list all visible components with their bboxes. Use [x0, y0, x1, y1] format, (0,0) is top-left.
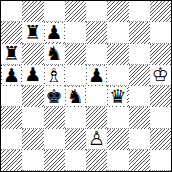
square-b4[interactable]: [22, 86, 43, 107]
square-a5[interactable]: ♟: [1, 65, 22, 86]
square-h3[interactable]: [150, 107, 171, 128]
square-a1[interactable]: [1, 150, 22, 171]
square-b6[interactable]: [22, 44, 43, 65]
square-d4[interactable]: ♞: [65, 86, 86, 107]
square-b1[interactable]: [22, 150, 43, 171]
square-b2[interactable]: [22, 129, 43, 150]
square-f2[interactable]: [107, 129, 128, 150]
square-e1[interactable]: [86, 150, 107, 171]
square-e7[interactable]: [86, 22, 107, 43]
piece-black-rook[interactable]: ♜: [23, 23, 42, 42]
square-a7[interactable]: [1, 22, 22, 43]
square-b8[interactable]: [22, 1, 43, 22]
square-g8[interactable]: [129, 1, 150, 22]
square-c6[interactable]: ♞: [44, 44, 65, 65]
square-a4[interactable]: [1, 86, 22, 107]
square-d6[interactable]: [65, 44, 86, 65]
square-d1[interactable]: [65, 150, 86, 171]
square-h8[interactable]: [150, 1, 171, 22]
square-c7[interactable]: ♟: [44, 22, 65, 43]
square-b3[interactable]: [22, 107, 43, 128]
piece-black-pawn[interactable]: ♟: [45, 23, 64, 42]
square-d8[interactable]: [65, 1, 86, 22]
piece-black-pawn[interactable]: ♟: [87, 66, 106, 85]
square-g2[interactable]: [129, 129, 150, 150]
square-b7[interactable]: ♜: [22, 22, 43, 43]
piece-white-bishop[interactable]: ♗: [45, 66, 64, 85]
square-c4[interactable]: ♚: [44, 86, 65, 107]
square-g1[interactable]: [129, 150, 150, 171]
square-f7[interactable]: [107, 22, 128, 43]
piece-black-pawn[interactable]: ♟: [2, 66, 21, 85]
square-d7[interactable]: [65, 22, 86, 43]
chess-board: ♜♟♜♞♟♟♗♟♔♚♞♛♙: [0, 0, 172, 172]
square-f8[interactable]: [107, 1, 128, 22]
square-c3[interactable]: [44, 107, 65, 128]
square-h6[interactable]: [150, 44, 171, 65]
piece-black-knight[interactable]: ♞: [66, 87, 85, 106]
square-a2[interactable]: [1, 129, 22, 150]
square-c1[interactable]: [44, 150, 65, 171]
square-h4[interactable]: [150, 86, 171, 107]
square-a8[interactable]: [1, 1, 22, 22]
square-a6[interactable]: ♜: [1, 44, 22, 65]
square-a3[interactable]: [1, 107, 22, 128]
square-e2[interactable]: ♙: [86, 129, 107, 150]
square-g7[interactable]: [129, 22, 150, 43]
square-f1[interactable]: [107, 150, 128, 171]
square-c5[interactable]: ♗: [44, 65, 65, 86]
square-g3[interactable]: [129, 107, 150, 128]
square-c2[interactable]: [44, 129, 65, 150]
square-e8[interactable]: [86, 1, 107, 22]
square-h1[interactable]: [150, 150, 171, 171]
square-h7[interactable]: [150, 22, 171, 43]
square-d3[interactable]: [65, 107, 86, 128]
piece-black-king[interactable]: ♚: [45, 87, 64, 106]
square-e6[interactable]: [86, 44, 107, 65]
square-e4[interactable]: [86, 86, 107, 107]
square-c8[interactable]: [44, 1, 65, 22]
square-f6[interactable]: [107, 44, 128, 65]
square-f4[interactable]: ♛: [107, 86, 128, 107]
square-g4[interactable]: [129, 86, 150, 107]
square-d2[interactable]: [65, 129, 86, 150]
square-f5[interactable]: [107, 65, 128, 86]
square-f3[interactable]: [107, 107, 128, 128]
piece-black-rook[interactable]: ♜: [2, 44, 21, 63]
square-d5[interactable]: [65, 65, 86, 86]
square-g6[interactable]: [129, 44, 150, 65]
square-h5[interactable]: ♔: [150, 65, 171, 86]
square-e3[interactable]: [86, 107, 107, 128]
square-e5[interactable]: ♟: [86, 65, 107, 86]
square-b5[interactable]: ♟: [22, 65, 43, 86]
piece-black-queen[interactable]: ♛: [108, 87, 127, 106]
square-h2[interactable]: [150, 129, 171, 150]
piece-white-king[interactable]: ♔: [151, 65, 170, 84]
square-g5[interactable]: [129, 65, 150, 86]
piece-white-pawn[interactable]: ♙: [87, 129, 106, 148]
piece-black-pawn[interactable]: ♟: [23, 65, 42, 84]
piece-black-knight[interactable]: ♞: [45, 44, 64, 63]
